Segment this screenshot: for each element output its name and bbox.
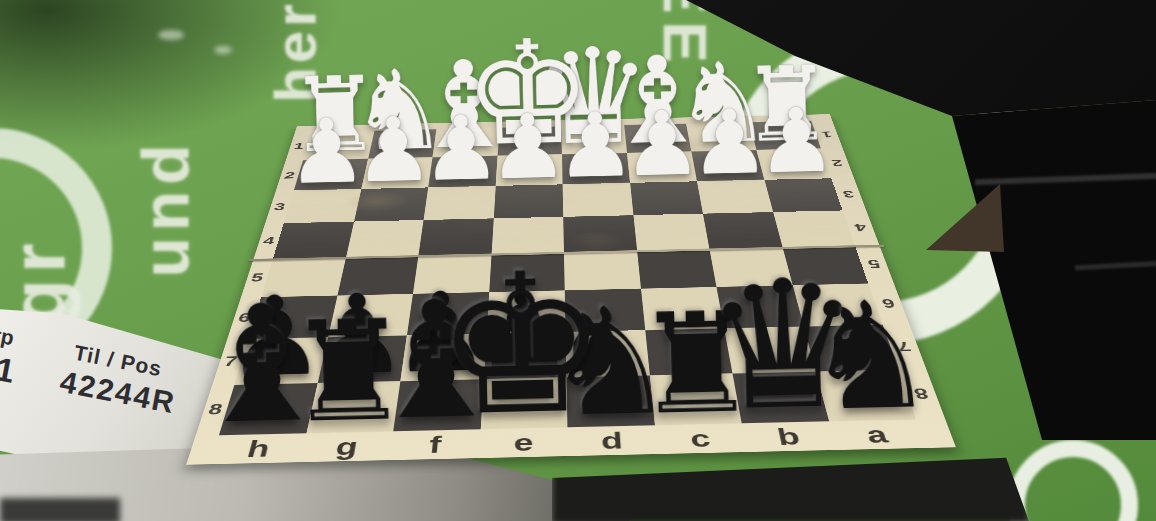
- square-h8: ♝: [219, 383, 317, 435]
- square-d2: ♟: [562, 153, 630, 185]
- square-d8: ♞: [566, 375, 654, 427]
- square-g1: ♞: [368, 129, 437, 159]
- square-e4: [491, 217, 564, 254]
- foreground-corner-shadow: [0, 498, 120, 521]
- file-label-d: d: [567, 427, 657, 455]
- square-e8: ♚: [480, 377, 567, 429]
- square-c4: [633, 214, 709, 251]
- square-a1: ♜: [749, 121, 821, 150]
- square-a5: [782, 245, 868, 285]
- square-g8: ♜: [306, 381, 400, 433]
- rank-label-right-8: 8: [904, 385, 939, 402]
- rank-label-right-4: 4: [847, 221, 875, 233]
- square-c6: [641, 287, 725, 330]
- square-f5: [413, 254, 491, 294]
- square-a3: [764, 178, 842, 212]
- square-d3: [563, 183, 634, 217]
- rank-label-left-1: 1: [289, 141, 309, 151]
- file-label-c: c: [655, 425, 747, 453]
- square-b7: [724, 326, 815, 373]
- square-c5: [637, 249, 717, 289]
- rank-label-left-3: 3: [269, 201, 291, 212]
- square-b3: [697, 180, 773, 214]
- rank-label-right-2: 2: [824, 158, 850, 169]
- square-h2: ♟: [294, 159, 368, 191]
- square-h7: ♟: [234, 337, 327, 385]
- square-f3: [424, 186, 496, 220]
- file-label-a: a: [829, 421, 925, 449]
- square-h6: [248, 295, 337, 339]
- square-f7: ♟: [400, 334, 486, 381]
- rank-label-right-5: 5: [859, 257, 889, 270]
- square-h5: [261, 257, 345, 297]
- chessboard-border: ♜♞♝♚♛♝♞♜♟♟♟♟♟♟♟♟♟♟♟♟♝♜♝♚♞♜♛♞ hgfedcba 12…: [186, 114, 956, 465]
- square-b2: ♟: [691, 150, 764, 181]
- square-g4: [346, 220, 424, 257]
- square-h3: [284, 189, 361, 223]
- square-e2: ♟: [495, 154, 562, 186]
- square-c3: [630, 181, 703, 215]
- square-e7: ♟: [483, 332, 566, 379]
- square-f2: ♟: [428, 156, 497, 188]
- square-f8: ♝: [393, 379, 483, 431]
- square-f1: ♝: [433, 128, 499, 157]
- square-c7: [645, 328, 733, 375]
- square-e1: ♚: [497, 126, 562, 155]
- rank-label-right-7: 7: [888, 339, 921, 355]
- square-h1: ♜: [303, 131, 374, 161]
- rank-label-right-6: 6: [873, 296, 904, 310]
- rank-label-right-3: 3: [835, 188, 862, 199]
- square-b8: ♛: [732, 372, 828, 424]
- chessboard: ♜♞♝♚♛♝♞♜♟♟♟♟♟♟♟♟♟♟♟♟♝♜♝♚♞♜♛♞ hgfedcba 12…: [169, 0, 956, 465]
- file-label-b: b: [742, 423, 836, 451]
- file-label-e: e: [479, 429, 568, 457]
- square-a6: [792, 283, 882, 326]
- square-f4: [418, 219, 493, 256]
- chessboard-grid: ♜♞♝♚♛♝♞♜♟♟♟♟♟♟♟♟♟♟♟♟♝♜♝♚♞♜♛♞: [219, 121, 916, 435]
- square-e6: [486, 290, 565, 333]
- square-c2: ♟: [627, 151, 697, 182]
- square-c8: ♜: [649, 374, 741, 426]
- square-b1: ♞: [686, 122, 756, 151]
- square-b4: [703, 212, 782, 249]
- square-d4: [563, 215, 636, 252]
- rank-label-left-4: 4: [257, 235, 280, 247]
- square-b6: [716, 285, 803, 328]
- square-a4: [773, 211, 855, 248]
- lid-print-circle-bottom-right: [1008, 440, 1138, 521]
- square-c1: ♝: [624, 124, 692, 153]
- square-e5: [489, 252, 565, 292]
- square-g2: ♟: [361, 157, 433, 189]
- label-edge-number: 01: [0, 347, 18, 391]
- rank-label-right-1: 1: [814, 129, 839, 139]
- square-d1: ♛: [561, 125, 626, 154]
- photo-scene: her und gr EE ♜♞♝♚♛♝♞♜♟♟♟♟♟♟♟♟♟♟♟♟♝♜♝♚♞♜…: [0, 0, 1156, 521]
- square-d6: [565, 288, 645, 331]
- label-edge-text: tp: [0, 323, 16, 350]
- square-g7: ♟: [317, 335, 407, 383]
- square-a2: ♟: [756, 149, 831, 180]
- square-e3: [493, 184, 563, 218]
- file-label-f: f: [389, 431, 480, 459]
- square-d5: [564, 250, 641, 290]
- square-f6: [407, 292, 489, 335]
- square-g3: [354, 188, 429, 222]
- square-g5: [337, 255, 418, 295]
- file-label-h: h: [210, 435, 305, 463]
- square-d7: [566, 330, 650, 377]
- file-label-g: g: [300, 433, 393, 461]
- rank-label-left-5: 5: [245, 271, 269, 284]
- foreground-shadow: [552, 452, 1030, 521]
- square-h4: [273, 222, 354, 259]
- square-g6: [328, 294, 413, 338]
- square-b5: [709, 247, 792, 287]
